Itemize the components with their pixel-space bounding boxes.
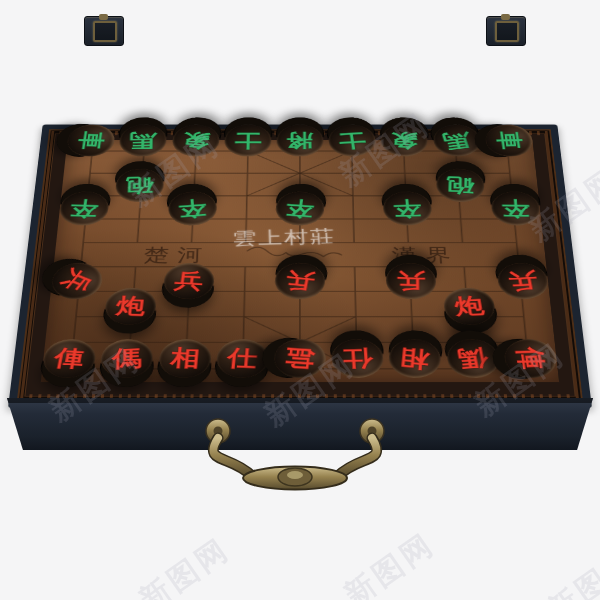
board-box-top: 楚河 漢界 雲上村莊 車馬象士將士象馬車砲砲卒卒卒卒卒兵兵兵兵兵炮炮俥傌相仕帥仕… bbox=[8, 125, 592, 408]
left-latch-icon[interactable] bbox=[84, 16, 124, 46]
handle-arm-right bbox=[338, 438, 377, 476]
handle-arm-left bbox=[213, 438, 252, 476]
right-latch-icon[interactable] bbox=[486, 16, 526, 46]
xiangqi-box-scene: 楚河 漢界 雲上村莊 車馬象士將士象馬車砲砲卒卒卒卒卒兵兵兵兵兵炮炮俥傌相仕帥仕… bbox=[0, 0, 600, 600]
latch-keeper bbox=[495, 21, 519, 42]
latch-pin bbox=[501, 14, 510, 20]
brass-handle-icon[interactable] bbox=[136, 414, 464, 510]
latch-pin bbox=[99, 14, 108, 20]
board-grid: 楚河 漢界 bbox=[41, 140, 559, 382]
board-stamp-watermark: 雲上村莊 bbox=[232, 225, 337, 251]
board-playing-field: 楚河 漢界 雲上村莊 bbox=[41, 140, 559, 382]
river-text-left: 楚河 bbox=[143, 245, 211, 266]
river-text-right: 漢界 bbox=[391, 245, 460, 266]
latch-keeper bbox=[93, 21, 117, 42]
